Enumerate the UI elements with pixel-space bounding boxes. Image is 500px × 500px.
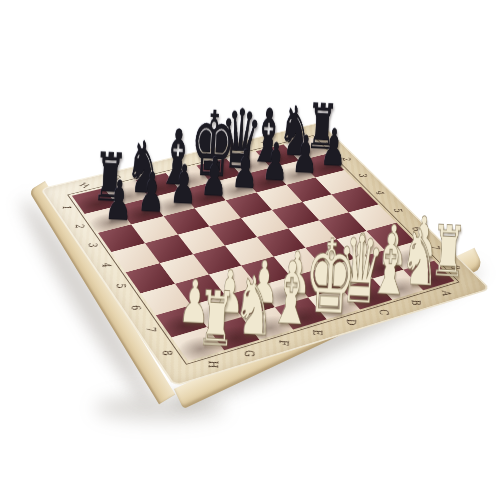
piece-black-pawn[interactable]: ♟ — [231, 143, 253, 196]
coordinate-label-8: 8 — [159, 350, 174, 356]
coordinate-label-6: 6 — [128, 305, 142, 310]
piece-black-pawn[interactable]: ♟ — [104, 173, 127, 228]
piece-black-pawn[interactable]: ♟ — [200, 150, 222, 204]
coordinate-label-b: B — [408, 299, 423, 305]
coordinate-label-h: H — [205, 360, 220, 368]
piece-black-pawn[interactable]: ♟ — [291, 128, 312, 180]
coordinate-label-4: 4 — [100, 263, 114, 268]
coordinate-label-5: 5 — [114, 284, 128, 289]
coordinate-label-4: 4 — [373, 191, 386, 195]
piece-black-pawn[interactable]: ♟ — [137, 165, 159, 220]
piece-white-rook[interactable]: ♜ — [195, 280, 221, 357]
coordinate-label-3: 3 — [86, 243, 99, 248]
coordinate-label-g: G — [242, 349, 257, 356]
coordinate-label-2: 2 — [73, 224, 86, 228]
coordinate-label-7: 7 — [144, 327, 159, 332]
coordinate-label-e: E — [310, 329, 325, 335]
coordinate-label-3: 3 — [356, 174, 369, 178]
piece-black-pawn[interactable]: ♟ — [261, 135, 283, 188]
coordinate-label-1: 1 — [60, 205, 73, 209]
coordinate-label-f: F — [277, 339, 292, 345]
chess-board: HGFEDCBA 12345678 12345678 HGFEDCBA ♜♞♝♚… — [40, 122, 491, 387]
piece-black-pawn[interactable]: ♟ — [320, 122, 341, 174]
coordinate-label-h: H — [77, 181, 91, 189]
coordinate-label-a: A — [439, 290, 454, 296]
piece-black-pawn[interactable]: ♟ — [169, 157, 191, 211]
